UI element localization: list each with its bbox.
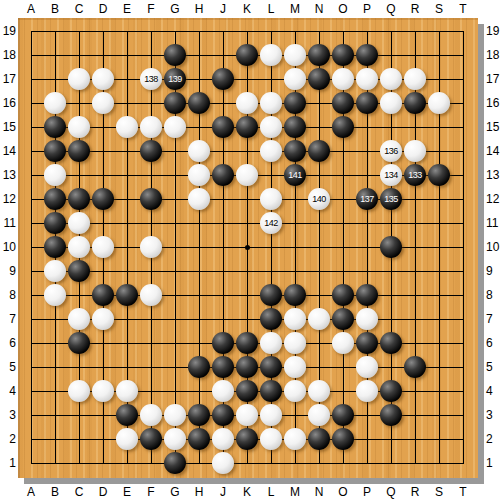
intersection-A5[interactable] <box>19 355 43 379</box>
intersection-A7[interactable] <box>19 307 43 331</box>
intersection-M1[interactable] <box>283 451 307 475</box>
intersection-T9[interactable] <box>451 259 475 283</box>
intersection-F4[interactable] <box>139 379 163 403</box>
intersection-L5[interactable] <box>259 355 283 379</box>
intersection-O2[interactable] <box>331 427 355 451</box>
intersection-G19[interactable] <box>163 19 187 43</box>
intersection-T4[interactable] <box>451 379 475 403</box>
intersection-O10[interactable] <box>331 235 355 259</box>
intersection-K8[interactable] <box>235 283 259 307</box>
intersection-A1[interactable] <box>19 451 43 475</box>
intersection-H19[interactable] <box>187 19 211 43</box>
intersection-H7[interactable] <box>187 307 211 331</box>
intersection-N5[interactable] <box>307 355 331 379</box>
intersection-K7[interactable] <box>235 307 259 331</box>
intersection-B10[interactable] <box>43 235 67 259</box>
intersection-H6[interactable] <box>187 331 211 355</box>
intersection-G10[interactable] <box>163 235 187 259</box>
intersection-L14[interactable] <box>259 139 283 163</box>
intersection-B18[interactable] <box>43 43 67 67</box>
intersection-R12[interactable] <box>403 187 427 211</box>
intersection-H3[interactable] <box>187 403 211 427</box>
intersection-T10[interactable] <box>451 235 475 259</box>
intersection-T13[interactable] <box>451 163 475 187</box>
intersection-N1[interactable] <box>307 451 331 475</box>
intersection-P5[interactable] <box>355 355 379 379</box>
intersection-C11[interactable] <box>67 211 91 235</box>
intersection-B13[interactable] <box>43 163 67 187</box>
intersection-E7[interactable] <box>115 307 139 331</box>
intersection-D12[interactable] <box>91 187 115 211</box>
intersection-M10[interactable] <box>283 235 307 259</box>
intersection-H16[interactable] <box>187 91 211 115</box>
intersection-B5[interactable] <box>43 355 67 379</box>
intersection-F2[interactable] <box>139 427 163 451</box>
intersection-K15[interactable] <box>235 115 259 139</box>
intersection-S16[interactable] <box>427 91 451 115</box>
intersection-G1[interactable] <box>163 451 187 475</box>
intersection-H9[interactable] <box>187 259 211 283</box>
intersection-J17[interactable] <box>211 67 235 91</box>
intersection-G3[interactable] <box>163 403 187 427</box>
intersection-G8[interactable] <box>163 283 187 307</box>
intersection-F6[interactable] <box>139 331 163 355</box>
intersection-E1[interactable] <box>115 451 139 475</box>
intersection-Q12[interactable]: 135 <box>379 187 403 211</box>
intersection-M16[interactable] <box>283 91 307 115</box>
intersection-E8[interactable] <box>115 283 139 307</box>
intersection-M12[interactable] <box>283 187 307 211</box>
intersection-H18[interactable] <box>187 43 211 67</box>
intersection-H17[interactable] <box>187 67 211 91</box>
intersection-T6[interactable] <box>451 331 475 355</box>
intersection-Q7[interactable] <box>379 307 403 331</box>
intersection-R10[interactable] <box>403 235 427 259</box>
intersection-T18[interactable] <box>451 43 475 67</box>
intersection-M19[interactable] <box>283 19 307 43</box>
intersection-D2[interactable] <box>91 427 115 451</box>
intersection-L11[interactable]: 142 <box>259 211 283 235</box>
intersection-R7[interactable] <box>403 307 427 331</box>
intersection-O9[interactable] <box>331 259 355 283</box>
intersection-Q13[interactable]: 134 <box>379 163 403 187</box>
intersection-G17[interactable]: 139 <box>163 67 187 91</box>
intersection-D6[interactable] <box>91 331 115 355</box>
intersection-F10[interactable] <box>139 235 163 259</box>
intersection-N8[interactable] <box>307 283 331 307</box>
intersection-E9[interactable] <box>115 259 139 283</box>
intersection-P15[interactable] <box>355 115 379 139</box>
intersection-F7[interactable] <box>139 307 163 331</box>
intersection-A17[interactable] <box>19 67 43 91</box>
intersection-E6[interactable] <box>115 331 139 355</box>
intersection-D5[interactable] <box>91 355 115 379</box>
intersection-G2[interactable] <box>163 427 187 451</box>
intersection-J2[interactable] <box>211 427 235 451</box>
intersection-J15[interactable] <box>211 115 235 139</box>
intersection-G15[interactable] <box>163 115 187 139</box>
intersection-S2[interactable] <box>427 427 451 451</box>
intersection-L15[interactable] <box>259 115 283 139</box>
intersection-A6[interactable] <box>19 331 43 355</box>
intersection-T8[interactable] <box>451 283 475 307</box>
intersection-E10[interactable] <box>115 235 139 259</box>
intersection-N3[interactable] <box>307 403 331 427</box>
intersection-O5[interactable] <box>331 355 355 379</box>
intersection-J6[interactable] <box>211 331 235 355</box>
intersection-H8[interactable] <box>187 283 211 307</box>
intersection-R9[interactable] <box>403 259 427 283</box>
intersection-C4[interactable] <box>67 379 91 403</box>
intersection-H10[interactable] <box>187 235 211 259</box>
intersection-N19[interactable] <box>307 19 331 43</box>
intersection-R5[interactable] <box>403 355 427 379</box>
intersection-L12[interactable] <box>259 187 283 211</box>
intersection-G13[interactable] <box>163 163 187 187</box>
intersection-A18[interactable] <box>19 43 43 67</box>
intersection-L16[interactable] <box>259 91 283 115</box>
intersection-N7[interactable] <box>307 307 331 331</box>
intersection-K10[interactable] <box>235 235 259 259</box>
intersection-O6[interactable] <box>331 331 355 355</box>
intersection-M8[interactable] <box>283 283 307 307</box>
intersection-K17[interactable] <box>235 67 259 91</box>
intersection-D1[interactable] <box>91 451 115 475</box>
intersection-S1[interactable] <box>427 451 451 475</box>
intersection-N2[interactable] <box>307 427 331 451</box>
intersection-J11[interactable] <box>211 211 235 235</box>
intersection-D17[interactable] <box>91 67 115 91</box>
intersection-P3[interactable] <box>355 403 379 427</box>
intersection-C10[interactable] <box>67 235 91 259</box>
intersection-B17[interactable] <box>43 67 67 91</box>
intersection-O17[interactable] <box>331 67 355 91</box>
intersection-G4[interactable] <box>163 379 187 403</box>
intersection-G7[interactable] <box>163 307 187 331</box>
intersection-S7[interactable] <box>427 307 451 331</box>
intersection-Q19[interactable] <box>379 19 403 43</box>
intersection-J9[interactable] <box>211 259 235 283</box>
intersection-P18[interactable] <box>355 43 379 67</box>
intersection-E2[interactable] <box>115 427 139 451</box>
intersection-D15[interactable] <box>91 115 115 139</box>
intersection-T12[interactable] <box>451 187 475 211</box>
intersection-J13[interactable] <box>211 163 235 187</box>
intersection-O7[interactable] <box>331 307 355 331</box>
intersection-S11[interactable] <box>427 211 451 235</box>
intersection-A13[interactable] <box>19 163 43 187</box>
intersection-C1[interactable] <box>67 451 91 475</box>
intersection-D11[interactable] <box>91 211 115 235</box>
intersection-B3[interactable] <box>43 403 67 427</box>
intersection-K19[interactable] <box>235 19 259 43</box>
intersection-K12[interactable] <box>235 187 259 211</box>
intersection-E14[interactable] <box>115 139 139 163</box>
intersection-F16[interactable] <box>139 91 163 115</box>
intersection-Q5[interactable] <box>379 355 403 379</box>
intersection-A12[interactable] <box>19 187 43 211</box>
intersection-O3[interactable] <box>331 403 355 427</box>
intersection-M9[interactable] <box>283 259 307 283</box>
intersection-N6[interactable] <box>307 331 331 355</box>
intersection-T16[interactable] <box>451 91 475 115</box>
intersection-M2[interactable] <box>283 427 307 451</box>
intersection-Q1[interactable] <box>379 451 403 475</box>
intersection-Q2[interactable] <box>379 427 403 451</box>
intersection-Q15[interactable] <box>379 115 403 139</box>
intersection-R18[interactable] <box>403 43 427 67</box>
intersection-Q6[interactable] <box>379 331 403 355</box>
intersection-K14[interactable] <box>235 139 259 163</box>
intersection-M7[interactable] <box>283 307 307 331</box>
intersection-K18[interactable] <box>235 43 259 67</box>
intersection-P7[interactable] <box>355 307 379 331</box>
intersection-L3[interactable] <box>259 403 283 427</box>
intersection-G11[interactable] <box>163 211 187 235</box>
intersection-N9[interactable] <box>307 259 331 283</box>
intersection-T15[interactable] <box>451 115 475 139</box>
intersection-C16[interactable] <box>67 91 91 115</box>
intersection-D9[interactable] <box>91 259 115 283</box>
intersection-Q3[interactable] <box>379 403 403 427</box>
intersection-B4[interactable] <box>43 379 67 403</box>
intersection-O1[interactable] <box>331 451 355 475</box>
intersection-B9[interactable] <box>43 259 67 283</box>
intersection-O13[interactable] <box>331 163 355 187</box>
intersection-L6[interactable] <box>259 331 283 355</box>
intersection-D18[interactable] <box>91 43 115 67</box>
intersection-F18[interactable] <box>139 43 163 67</box>
intersection-R6[interactable] <box>403 331 427 355</box>
intersection-C19[interactable] <box>67 19 91 43</box>
intersection-O14[interactable] <box>331 139 355 163</box>
intersection-G14[interactable] <box>163 139 187 163</box>
intersection-P4[interactable] <box>355 379 379 403</box>
intersection-H2[interactable] <box>187 427 211 451</box>
intersection-H13[interactable] <box>187 163 211 187</box>
intersection-D14[interactable] <box>91 139 115 163</box>
intersection-E17[interactable] <box>115 67 139 91</box>
intersection-P8[interactable] <box>355 283 379 307</box>
intersection-Q16[interactable] <box>379 91 403 115</box>
intersection-O11[interactable] <box>331 211 355 235</box>
intersection-E4[interactable] <box>115 379 139 403</box>
intersection-C14[interactable] <box>67 139 91 163</box>
intersection-C9[interactable] <box>67 259 91 283</box>
intersection-Q18[interactable] <box>379 43 403 67</box>
intersection-R17[interactable] <box>403 67 427 91</box>
intersection-M17[interactable] <box>283 67 307 91</box>
intersection-R8[interactable] <box>403 283 427 307</box>
intersection-A10[interactable] <box>19 235 43 259</box>
intersection-J3[interactable] <box>211 403 235 427</box>
intersection-Q4[interactable] <box>379 379 403 403</box>
intersection-T19[interactable] <box>451 19 475 43</box>
intersection-J5[interactable] <box>211 355 235 379</box>
intersection-E11[interactable] <box>115 211 139 235</box>
intersection-Q8[interactable] <box>379 283 403 307</box>
intersection-T1[interactable] <box>451 451 475 475</box>
intersection-N14[interactable] <box>307 139 331 163</box>
intersection-S14[interactable] <box>427 139 451 163</box>
intersection-M5[interactable] <box>283 355 307 379</box>
intersection-O12[interactable] <box>331 187 355 211</box>
intersection-C12[interactable] <box>67 187 91 211</box>
intersection-P10[interactable] <box>355 235 379 259</box>
intersection-F14[interactable] <box>139 139 163 163</box>
intersection-B16[interactable] <box>43 91 67 115</box>
intersection-F17[interactable]: 138 <box>139 67 163 91</box>
intersection-R4[interactable] <box>403 379 427 403</box>
intersection-J7[interactable] <box>211 307 235 331</box>
intersection-D7[interactable] <box>91 307 115 331</box>
intersection-M6[interactable] <box>283 331 307 355</box>
intersection-M13[interactable]: 141 <box>283 163 307 187</box>
intersection-B1[interactable] <box>43 451 67 475</box>
intersection-P2[interactable] <box>355 427 379 451</box>
intersection-A3[interactable] <box>19 403 43 427</box>
intersection-Q10[interactable] <box>379 235 403 259</box>
intersection-O15[interactable] <box>331 115 355 139</box>
intersection-N17[interactable] <box>307 67 331 91</box>
intersection-E12[interactable] <box>115 187 139 211</box>
intersection-C2[interactable] <box>67 427 91 451</box>
intersection-A2[interactable] <box>19 427 43 451</box>
intersection-Q9[interactable] <box>379 259 403 283</box>
intersection-K16[interactable] <box>235 91 259 115</box>
intersection-A15[interactable] <box>19 115 43 139</box>
intersection-F1[interactable] <box>139 451 163 475</box>
intersection-L13[interactable] <box>259 163 283 187</box>
intersection-K9[interactable] <box>235 259 259 283</box>
intersection-R11[interactable] <box>403 211 427 235</box>
intersection-A9[interactable] <box>19 259 43 283</box>
intersection-L17[interactable] <box>259 67 283 91</box>
intersection-L9[interactable] <box>259 259 283 283</box>
intersection-R16[interactable] <box>403 91 427 115</box>
intersection-F19[interactable] <box>139 19 163 43</box>
intersection-T7[interactable] <box>451 307 475 331</box>
intersection-B19[interactable] <box>43 19 67 43</box>
intersection-J14[interactable] <box>211 139 235 163</box>
intersection-O16[interactable] <box>331 91 355 115</box>
intersection-K2[interactable] <box>235 427 259 451</box>
intersection-N12[interactable]: 140 <box>307 187 331 211</box>
intersection-R3[interactable] <box>403 403 427 427</box>
intersection-K3[interactable] <box>235 403 259 427</box>
intersection-T14[interactable] <box>451 139 475 163</box>
intersection-G16[interactable] <box>163 91 187 115</box>
intersection-S10[interactable] <box>427 235 451 259</box>
intersection-P1[interactable] <box>355 451 379 475</box>
intersection-H11[interactable] <box>187 211 211 235</box>
intersection-E18[interactable] <box>115 43 139 67</box>
intersection-D4[interactable] <box>91 379 115 403</box>
intersection-P19[interactable] <box>355 19 379 43</box>
intersection-A4[interactable] <box>19 379 43 403</box>
intersection-O18[interactable] <box>331 43 355 67</box>
intersection-A14[interactable] <box>19 139 43 163</box>
intersection-L4[interactable] <box>259 379 283 403</box>
intersection-C5[interactable] <box>67 355 91 379</box>
intersection-L10[interactable] <box>259 235 283 259</box>
intersection-G12[interactable] <box>163 187 187 211</box>
intersection-M3[interactable] <box>283 403 307 427</box>
intersection-K6[interactable] <box>235 331 259 355</box>
intersection-J4[interactable] <box>211 379 235 403</box>
intersection-T17[interactable] <box>451 67 475 91</box>
intersection-M14[interactable] <box>283 139 307 163</box>
intersection-S8[interactable] <box>427 283 451 307</box>
intersection-M4[interactable] <box>283 379 307 403</box>
intersection-C3[interactable] <box>67 403 91 427</box>
intersection-D16[interactable] <box>91 91 115 115</box>
intersection-L18[interactable] <box>259 43 283 67</box>
intersection-T3[interactable] <box>451 403 475 427</box>
intersection-P16[interactable] <box>355 91 379 115</box>
intersection-M15[interactable] <box>283 115 307 139</box>
intersection-N15[interactable] <box>307 115 331 139</box>
intersection-K1[interactable] <box>235 451 259 475</box>
intersection-R14[interactable] <box>403 139 427 163</box>
intersection-T11[interactable] <box>451 211 475 235</box>
intersection-N10[interactable] <box>307 235 331 259</box>
intersection-F12[interactable] <box>139 187 163 211</box>
intersection-F3[interactable] <box>139 403 163 427</box>
intersection-C13[interactable] <box>67 163 91 187</box>
intersection-R1[interactable] <box>403 451 427 475</box>
intersection-P12[interactable]: 137 <box>355 187 379 211</box>
intersection-S18[interactable] <box>427 43 451 67</box>
intersection-S5[interactable] <box>427 355 451 379</box>
intersection-B12[interactable] <box>43 187 67 211</box>
intersection-E16[interactable] <box>115 91 139 115</box>
intersection-N13[interactable] <box>307 163 331 187</box>
intersection-M18[interactable] <box>283 43 307 67</box>
intersection-O4[interactable] <box>331 379 355 403</box>
intersection-J18[interactable] <box>211 43 235 67</box>
intersection-L1[interactable] <box>259 451 283 475</box>
intersection-M11[interactable] <box>283 211 307 235</box>
intersection-C8[interactable] <box>67 283 91 307</box>
intersection-Q17[interactable] <box>379 67 403 91</box>
intersection-R13[interactable]: 133 <box>403 163 427 187</box>
intersection-S15[interactable] <box>427 115 451 139</box>
intersection-E3[interactable] <box>115 403 139 427</box>
intersection-D13[interactable] <box>91 163 115 187</box>
intersection-N18[interactable] <box>307 43 331 67</box>
intersection-N16[interactable] <box>307 91 331 115</box>
intersection-P6[interactable] <box>355 331 379 355</box>
intersection-B15[interactable] <box>43 115 67 139</box>
intersection-R2[interactable] <box>403 427 427 451</box>
intersection-S12[interactable] <box>427 187 451 211</box>
intersection-H15[interactable] <box>187 115 211 139</box>
intersection-P17[interactable] <box>355 67 379 91</box>
intersection-S4[interactable] <box>427 379 451 403</box>
intersection-F5[interactable] <box>139 355 163 379</box>
intersection-K5[interactable] <box>235 355 259 379</box>
intersection-H1[interactable] <box>187 451 211 475</box>
intersection-L8[interactable] <box>259 283 283 307</box>
intersection-S19[interactable] <box>427 19 451 43</box>
intersection-A8[interactable] <box>19 283 43 307</box>
intersection-P11[interactable] <box>355 211 379 235</box>
intersection-G18[interactable] <box>163 43 187 67</box>
intersection-R19[interactable] <box>403 19 427 43</box>
intersection-E13[interactable] <box>115 163 139 187</box>
intersection-H4[interactable] <box>187 379 211 403</box>
